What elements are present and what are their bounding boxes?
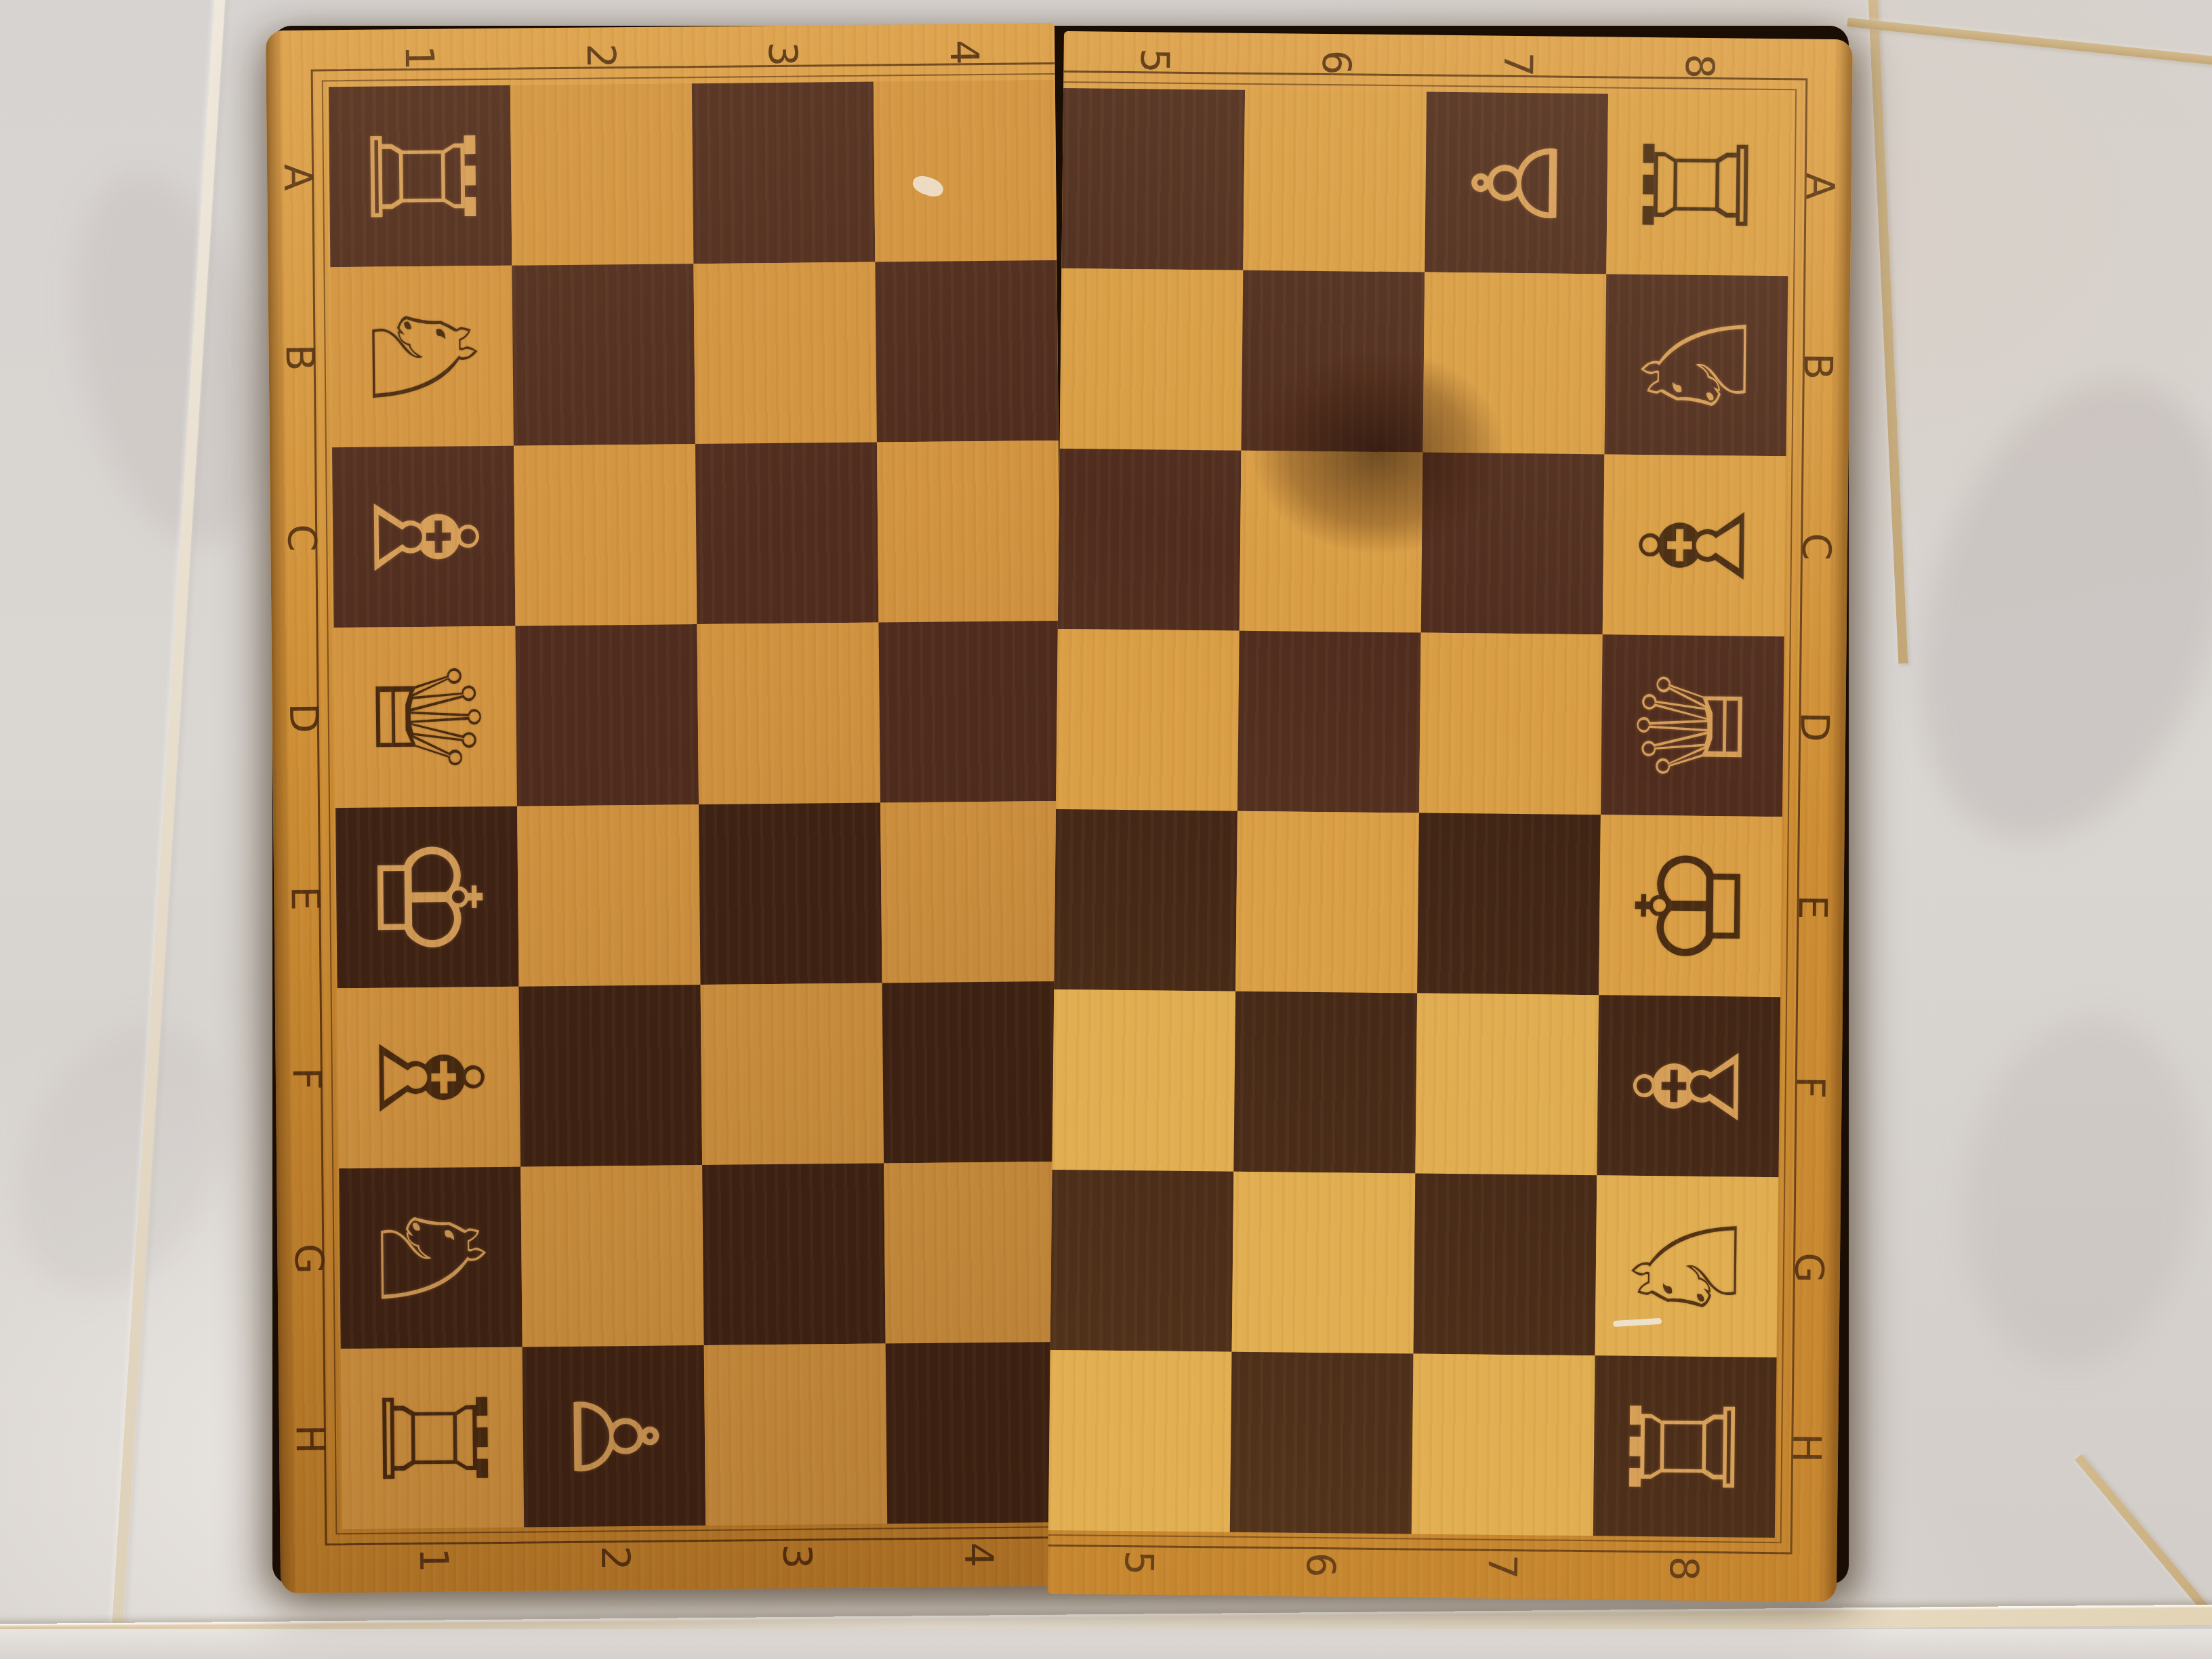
rank-label-bottom-6: 6	[1229, 1532, 1412, 1598]
file-label-text: D	[1791, 712, 1837, 742]
square-c8[interactable]: ♗	[1603, 454, 1786, 636]
rank-label-text: 1	[396, 45, 442, 70]
square-f1[interactable]: ♗	[337, 987, 521, 1169]
tile-grout-line	[1847, 18, 2212, 66]
square-f4[interactable]	[882, 981, 1066, 1164]
rank-label-top-3: 3	[691, 25, 874, 84]
square-b8[interactable]: ♘	[1605, 274, 1788, 456]
square-f8[interactable]: ♗	[1597, 995, 1780, 1177]
board-left-half: 12341234ABCDEFGH♖♘♗♕♔♗♘♖♙	[266, 23, 1069, 1593]
rank-label-bottom-1: 1	[342, 1528, 525, 1593]
engraving-bishop-c8: ♗	[1622, 480, 1767, 611]
square-b5[interactable]	[1060, 268, 1244, 451]
file-label-right-C: C	[1784, 456, 1849, 637]
square-a3[interactable]	[692, 82, 876, 264]
engraving-rook-a8: ♖	[1626, 120, 1771, 250]
rank-label-bottom-4: 4	[887, 1522, 1069, 1588]
square-c2[interactable]	[514, 444, 697, 626]
square-e5[interactable]	[1054, 809, 1237, 991]
square-e8[interactable]: ♔	[1599, 815, 1782, 997]
file-label-text: A	[1797, 172, 1843, 199]
square-g3[interactable]	[702, 1163, 886, 1345]
square-d6[interactable]	[1237, 631, 1421, 813]
file-label-text: G	[285, 1244, 331, 1275]
engraving-rook-a1: ♖	[348, 111, 493, 241]
rank-label-text: 3	[759, 41, 805, 67]
rank-label-text: 7	[1494, 52, 1540, 77]
tile-grout-line	[0, 1605, 2212, 1645]
file-label-left-E: E	[273, 808, 337, 989]
square-d1[interactable]: ♕	[334, 626, 518, 808]
rank-label-text: 3	[774, 1544, 820, 1570]
square-b6[interactable]	[1242, 270, 1425, 453]
rank-label-text: 8	[1676, 54, 1722, 79]
square-h4[interactable]	[886, 1342, 1069, 1524]
rank-label-top-5: 5	[1063, 31, 1246, 90]
square-b4[interactable]	[875, 260, 1059, 443]
square-f3[interactable]	[701, 983, 884, 1166]
engraving-knight-b8: ♘	[1624, 300, 1769, 430]
rank-label-bottom-5: 5	[1048, 1530, 1230, 1596]
square-d7[interactable]	[1419, 633, 1603, 815]
engraving-pawn-h2: ♙	[555, 1383, 672, 1489]
file-label-right-H: H	[1775, 1357, 1839, 1538]
square-g1[interactable]: ♘	[339, 1167, 523, 1349]
square-a7[interactable]: ♙	[1425, 92, 1608, 274]
square-d3[interactable]	[697, 623, 880, 805]
square-b3[interactable]	[693, 262, 877, 445]
square-g6[interactable]	[1232, 1172, 1416, 1354]
tile-grout-line	[2075, 1454, 2212, 1659]
square-a5[interactable]	[1061, 88, 1245, 270]
rank-label-top-4: 4	[873, 23, 1055, 82]
photo-scene: 12341234ABCDEFGH♖♘♗♕♔♗♘♖♙ 56785678ABCDEF…	[0, 0, 2212, 1659]
file-label-left-B: B	[268, 267, 332, 448]
rank-label-text: 6	[1313, 49, 1359, 75]
rank-label-text: 4	[956, 1542, 1002, 1568]
square-c6[interactable]	[1240, 451, 1423, 633]
square-a2[interactable]	[510, 83, 694, 266]
engraving-knight-b1: ♘	[350, 291, 495, 422]
file-label-text: C	[1793, 533, 1839, 560]
file-label-left-D: D	[272, 628, 336, 808]
square-e7[interactable]	[1417, 813, 1601, 996]
marble-vein	[1865, 340, 2212, 880]
file-label-text: F	[1788, 1076, 1834, 1099]
square-h2[interactable]: ♙	[523, 1345, 706, 1528]
marble-vein	[44, 155, 295, 563]
rank-label-bottom-3: 3	[705, 1523, 888, 1589]
square-g2[interactable]	[520, 1165, 704, 1347]
square-a4[interactable]	[874, 80, 1057, 262]
file-label-text: G	[1786, 1252, 1832, 1284]
tile-grout-line	[110, 0, 226, 1651]
chessboard: 12341234ABCDEFGH♖♘♗♕♔♗♘♖♙ 56785678ABCDEF…	[266, 23, 1853, 1586]
file-label-left-A: A	[266, 87, 331, 268]
square-d2[interactable]	[516, 624, 699, 806]
square-c5[interactable]	[1058, 449, 1242, 631]
square-c7[interactable]	[1421, 453, 1605, 635]
engraving-bishop-f8: ♗	[1616, 1021, 1761, 1151]
square-d8[interactable]: ♕	[1601, 634, 1784, 817]
file-label-right-B: B	[1786, 276, 1850, 457]
rank-label-text: 2	[577, 43, 623, 69]
square-b2[interactable]	[512, 264, 695, 446]
file-label-text: F	[284, 1067, 330, 1090]
square-c3[interactable]	[695, 443, 879, 625]
square-h7[interactable]	[1412, 1354, 1595, 1536]
file-label-text: D	[281, 703, 327, 733]
square-a1[interactable]: ♖	[329, 85, 512, 268]
square-d4[interactable]	[878, 621, 1062, 803]
square-f2[interactable]	[519, 985, 703, 1167]
rank-label-bottom-8: 8	[1593, 1536, 1775, 1601]
square-b7[interactable]	[1423, 272, 1607, 455]
rank-label-bottom-7: 7	[1411, 1534, 1593, 1599]
square-c1[interactable]: ♗	[332, 446, 516, 628]
file-label-text: B	[276, 344, 323, 371]
engraving-queen-d1: ♕	[353, 652, 498, 782]
engraving-queen-d8: ♕	[1620, 661, 1765, 791]
rank-label-text: 7	[1479, 1554, 1525, 1580]
engraving-bishop-c1: ♗	[351, 472, 496, 602]
file-label-left-H: H	[279, 1349, 343, 1530]
marble-vein	[1942, 1002, 2212, 1383]
square-g8[interactable]: ♘	[1595, 1175, 1779, 1357]
square-d5[interactable]	[1056, 629, 1240, 811]
square-e6[interactable]	[1235, 811, 1419, 994]
square-c4[interactable]	[877, 441, 1061, 623]
square-f6[interactable]	[1233, 991, 1417, 1174]
square-g4[interactable]	[884, 1162, 1067, 1344]
file-label-right-G: G	[1777, 1177, 1841, 1358]
file-label-text: E	[1789, 895, 1835, 920]
rank-label-top-7: 7	[1427, 35, 1609, 94]
square-e1[interactable]: ♔	[335, 806, 519, 989]
rank-label-top-8: 8	[1608, 37, 1790, 96]
engraving-king-e1: ♔	[354, 832, 499, 962]
rank-label-bottom-2: 2	[524, 1525, 706, 1591]
square-f5[interactable]	[1052, 989, 1235, 1172]
square-e3[interactable]	[699, 803, 882, 985]
square-a8[interactable]: ♖	[1606, 94, 1790, 276]
rank-label-text: 4	[941, 40, 987, 66]
rank-label-top-6: 6	[1245, 33, 1427, 92]
square-h5[interactable]	[1048, 1350, 1232, 1532]
engraving-knight-g1: ♘	[359, 1193, 504, 1323]
square-f7[interactable]	[1415, 994, 1599, 1176]
rank-label-text: 2	[592, 1546, 638, 1572]
square-g7[interactable]	[1414, 1174, 1597, 1356]
engraving-bishop-f1: ♗	[356, 1012, 501, 1143]
file-label-text: C	[279, 524, 325, 552]
rank-label-text: 1	[411, 1547, 457, 1573]
board-right-half: 56785678ABCDEFGH♙♖♘♗♕♔♗♘♖	[1048, 31, 1853, 1602]
square-h3[interactable]	[704, 1343, 888, 1525]
file-label-left-C: C	[270, 447, 334, 628]
engraving-pawn-a7: ♙	[1458, 130, 1576, 236]
file-label-right-F: F	[1778, 997, 1843, 1178]
square-h1[interactable]: ♖	[341, 1347, 525, 1530]
engraving-king-e8: ♔	[1618, 841, 1763, 971]
rank-label-text: 8	[1660, 1556, 1706, 1582]
square-b1[interactable]: ♘	[330, 266, 514, 448]
engraving-rook-h1: ♖	[360, 1373, 505, 1503]
file-label-text: H	[1784, 1433, 1830, 1462]
engraving-knight-g8: ♘	[1614, 1202, 1759, 1332]
file-label-text: A	[275, 164, 321, 191]
file-label-right-A: A	[1788, 96, 1852, 276]
square-g5[interactable]	[1050, 1170, 1234, 1352]
tile-grout-line	[1868, 0, 1908, 663]
square-e2[interactable]	[517, 804, 701, 987]
file-label-right-D: D	[1782, 636, 1847, 817]
engraving-rook-h8: ♖	[1612, 1382, 1757, 1512]
file-label-left-F: F	[275, 988, 340, 1169]
file-label-text: B	[1795, 352, 1841, 380]
file-label-text: E	[282, 886, 328, 911]
rank-label-text: 5	[1131, 48, 1177, 74]
file-label-text: H	[287, 1424, 333, 1454]
rank-label-top-1: 1	[328, 28, 510, 87]
rank-label-top-2: 2	[510, 26, 692, 85]
square-h6[interactable]	[1230, 1352, 1414, 1534]
file-label-right-E: E	[1780, 817, 1845, 998]
square-a6[interactable]	[1243, 90, 1427, 272]
rank-label-text: 5	[1115, 1550, 1162, 1576]
rank-label-text: 6	[1297, 1552, 1343, 1578]
square-e4[interactable]	[880, 801, 1064, 983]
square-h8[interactable]: ♖	[1593, 1355, 1777, 1538]
file-label-left-G: G	[276, 1168, 341, 1349]
marble-vein	[0, 990, 268, 1328]
tile-lower-row	[0, 1629, 2212, 1659]
